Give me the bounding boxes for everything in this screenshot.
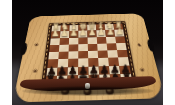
photo-page: { "game": "chess", "position": { "fen": …: [0, 0, 175, 105]
square: [78, 51, 88, 59]
square: [88, 51, 98, 59]
white-piece-n: ♞: [61, 22, 69, 31]
white-piece-k: ♚: [79, 22, 87, 31]
square: [116, 43, 127, 50]
rosette-motif-icon: ❀: [32, 68, 38, 74]
chessboard-photo: ♞ ♞ ❀ ❀ ♞ ❀ ♜♞♝♚♛♝♞♜♟♟♟♟♟♟♟♟♟♟♟♟♟♟♟♟♜♞♝♚…: [12, 0, 163, 105]
white-piece-b: ♝: [97, 21, 105, 30]
white-piece-n: ♞: [105, 21, 113, 30]
white-piece-r: ♜: [52, 23, 60, 32]
square: [68, 51, 78, 59]
square: [88, 44, 98, 51]
square: ♟: [68, 67, 79, 76]
rosette-motif-icon: ❀: [34, 42, 39, 47]
white-piece-q: ♛: [88, 22, 96, 31]
rosette-motif-icon: ❀: [139, 67, 145, 73]
black-piece-p: ♟: [110, 63, 120, 74]
black-piece-p: ♟: [47, 65, 57, 76]
square: [88, 58, 98, 66]
square: [47, 59, 58, 67]
square: ♟: [119, 65, 131, 74]
square: [117, 50, 128, 58]
square: ♟: [57, 67, 68, 76]
white-piece-r: ♜: [114, 21, 122, 30]
square: [58, 52, 68, 60]
brass-latch: [85, 83, 90, 89]
square: [118, 57, 129, 65]
square: ♟: [78, 66, 89, 75]
square: [78, 58, 88, 66]
black-piece-p: ♟: [99, 64, 109, 75]
square: [68, 59, 78, 67]
board-squares: ♜♞♝♚♛♝♞♜♟♟♟♟♟♟♟♟♟♟♟♟♟♟♟♟♜♞♝♚♛♝♞♜: [45, 24, 132, 85]
square: ♟: [46, 67, 57, 76]
square: [108, 58, 119, 66]
white-piece-b: ♝: [70, 22, 78, 31]
square: [107, 43, 117, 50]
square: ♟: [109, 66, 120, 75]
square: [58, 59, 69, 67]
square: ♟: [88, 66, 99, 75]
knight-motif-icon: ♞: [136, 43, 142, 48]
square: ♟: [99, 66, 110, 75]
square: [115, 36, 125, 43]
black-piece-p: ♟: [78, 64, 88, 75]
